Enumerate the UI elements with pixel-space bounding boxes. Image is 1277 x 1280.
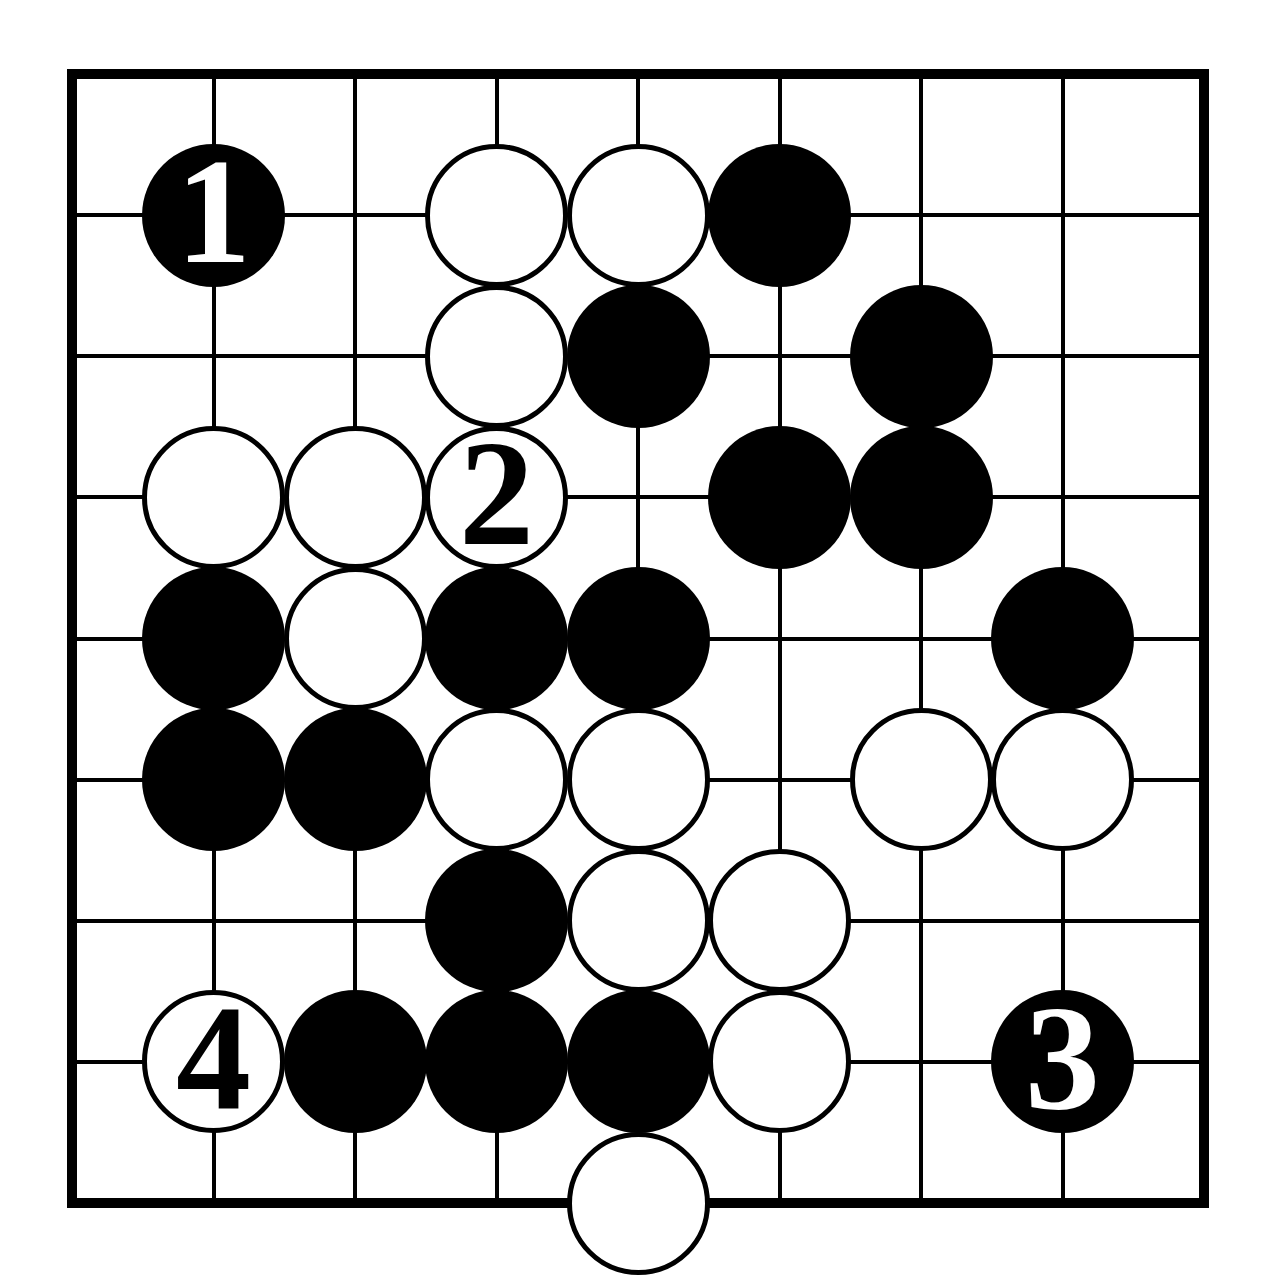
stone-move-number: 4: [176, 983, 251, 1133]
go-diagram: 1243: [0, 0, 1277, 1280]
stone-black-B4[interactable]: [142, 708, 285, 851]
stone-black-E2[interactable]: [567, 990, 710, 1133]
stone-white-B6[interactable]: [142, 426, 285, 569]
stone-black-C2[interactable]: [284, 990, 427, 1133]
stone-black-B5[interactable]: [142, 567, 285, 710]
stone-black-G7[interactable]: [850, 285, 993, 428]
stone-move-number: 3: [1025, 983, 1100, 1133]
stone-white-E1[interactable]: [567, 1132, 710, 1275]
stone-black-F8[interactable]: [708, 144, 851, 287]
stone-white-F2[interactable]: [708, 990, 851, 1133]
stone-white-H4[interactable]: [991, 708, 1134, 851]
stone-white-F3[interactable]: [708, 849, 851, 992]
stone-black-D5[interactable]: [425, 567, 568, 710]
stone-move-number: 2: [459, 418, 534, 568]
stone-black-H2[interactable]: 3: [991, 990, 1134, 1133]
stone-black-D3[interactable]: [425, 849, 568, 992]
stone-black-G6[interactable]: [850, 426, 993, 569]
stone-black-B8[interactable]: 1: [142, 144, 285, 287]
stone-white-D6[interactable]: 2: [425, 426, 568, 569]
stone-black-E7[interactable]: [567, 285, 710, 428]
stone-white-D4[interactable]: [425, 708, 568, 851]
stone-black-D2[interactable]: [425, 990, 568, 1133]
stone-white-G4[interactable]: [850, 708, 993, 851]
grid-line-vertical: [919, 74, 923, 1203]
stone-white-C5[interactable]: [284, 567, 427, 710]
stone-white-E4[interactable]: [567, 708, 710, 851]
stone-white-E8[interactable]: [567, 144, 710, 287]
stone-move-number: 1: [176, 136, 251, 286]
stone-white-B2[interactable]: 4: [142, 990, 285, 1133]
stone-white-C6[interactable]: [284, 426, 427, 569]
stone-white-D7[interactable]: [425, 285, 568, 428]
stone-black-H5[interactable]: [991, 567, 1134, 710]
stone-black-F6[interactable]: [708, 426, 851, 569]
stone-white-D8[interactable]: [425, 144, 568, 287]
stone-black-E5[interactable]: [567, 567, 710, 710]
stone-black-C4[interactable]: [284, 708, 427, 851]
stone-white-E3[interactable]: [567, 849, 710, 992]
